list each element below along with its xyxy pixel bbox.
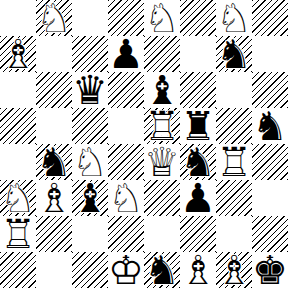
black-knight-glyph: ♞ (252, 108, 288, 144)
black-bishop-glyph: ♝ (72, 180, 108, 216)
square-b2[interactable] (36, 216, 72, 252)
black-pawn[interactable]: ♟♟ (108, 36, 144, 72)
square-b3[interactable]: ♝♗ (36, 180, 72, 216)
square-e7[interactable] (144, 36, 180, 72)
square-d8[interactable] (108, 0, 144, 36)
white-bishop-glyph: ♗ (216, 252, 252, 288)
square-a5[interactable] (0, 108, 36, 144)
square-e2[interactable] (144, 216, 180, 252)
white-rook-glyph: ♖ (144, 108, 180, 144)
square-f7[interactable] (180, 36, 216, 72)
white-rook[interactable]: ♜♖ (144, 108, 180, 144)
square-b1[interactable] (36, 252, 72, 288)
square-h8[interactable] (252, 0, 288, 36)
square-g1[interactable]: ♝♗ (216, 252, 252, 288)
square-a4[interactable] (0, 144, 36, 180)
square-b5[interactable] (36, 108, 72, 144)
black-knight-glyph: ♞ (36, 144, 72, 180)
square-g4[interactable]: ♜♖ (216, 144, 252, 180)
square-b8[interactable]: ♞♘ (36, 0, 72, 36)
square-b7[interactable] (36, 36, 72, 72)
square-d6[interactable] (108, 72, 144, 108)
black-king[interactable]: ♚♚ (252, 252, 288, 288)
white-king[interactable]: ♚♔ (108, 252, 144, 288)
square-d1[interactable]: ♚♔ (108, 252, 144, 288)
square-d7[interactable]: ♟♟ (108, 36, 144, 72)
square-e3[interactable] (144, 180, 180, 216)
white-knight[interactable]: ♞♘ (72, 144, 108, 180)
square-e1[interactable]: ♞♞ (144, 252, 180, 288)
square-e5[interactable]: ♜♖ (144, 108, 180, 144)
white-bishop[interactable]: ♝♗ (216, 252, 252, 288)
square-a3[interactable]: ♞♘ (0, 180, 36, 216)
white-bishop-glyph: ♗ (36, 180, 72, 216)
white-rook-glyph: ♖ (216, 144, 252, 180)
white-queen[interactable]: ♛♕ (144, 144, 180, 180)
black-rook[interactable]: ♜♜ (180, 108, 216, 144)
white-bishop[interactable]: ♝♗ (36, 180, 72, 216)
black-bishop[interactable]: ♝♝ (144, 72, 180, 108)
black-knight[interactable]: ♞♞ (252, 108, 288, 144)
square-g2[interactable] (216, 216, 252, 252)
square-f6[interactable] (180, 72, 216, 108)
square-g3[interactable] (216, 180, 252, 216)
square-a2[interactable]: ♜♖ (0, 216, 36, 252)
black-knight-glyph: ♞ (216, 36, 252, 72)
square-h4[interactable] (252, 144, 288, 180)
square-d5[interactable] (108, 108, 144, 144)
black-knight[interactable]: ♞♞ (216, 36, 252, 72)
square-h3[interactable] (252, 180, 288, 216)
white-rook[interactable]: ♜♖ (0, 216, 36, 252)
black-knight[interactable]: ♞♞ (144, 252, 180, 288)
square-g7[interactable]: ♞♞ (216, 36, 252, 72)
white-knight-glyph: ♘ (144, 0, 180, 36)
white-bishop[interactable]: ♝♗ (180, 252, 216, 288)
white-knight[interactable]: ♞♘ (108, 180, 144, 216)
square-d4[interactable] (108, 144, 144, 180)
square-g6[interactable] (216, 72, 252, 108)
square-c2[interactable] (72, 216, 108, 252)
square-e6[interactable]: ♝♝ (144, 72, 180, 108)
square-g8[interactable]: ♞♘ (216, 0, 252, 36)
square-h7[interactable] (252, 36, 288, 72)
square-h1[interactable]: ♚♚ (252, 252, 288, 288)
white-knight[interactable]: ♞♘ (144, 0, 180, 36)
black-queen-glyph: ♛ (72, 72, 108, 108)
square-c6[interactable]: ♛♛ (72, 72, 108, 108)
square-d3[interactable]: ♞♘ (108, 180, 144, 216)
black-bishop-glyph: ♝ (144, 72, 180, 108)
white-knight[interactable]: ♞♘ (216, 0, 252, 36)
square-f3[interactable]: ♟♟ (180, 180, 216, 216)
square-f8[interactable] (180, 0, 216, 36)
white-bishop[interactable]: ♝♗ (0, 36, 36, 72)
square-e4[interactable]: ♛♕ (144, 144, 180, 180)
white-knight-glyph: ♘ (0, 180, 36, 216)
white-rook[interactable]: ♜♖ (216, 144, 252, 180)
black-bishop[interactable]: ♝♝ (72, 180, 108, 216)
white-rook-glyph: ♖ (0, 216, 36, 252)
square-c7[interactable] (72, 36, 108, 72)
square-c3[interactable]: ♝♝ (72, 180, 108, 216)
square-g5[interactable] (216, 108, 252, 144)
square-c4[interactable]: ♞♘ (72, 144, 108, 180)
square-a1[interactable] (0, 252, 36, 288)
white-knight[interactable]: ♞♘ (0, 180, 36, 216)
white-king-glyph: ♔ (108, 252, 144, 288)
square-c8[interactable] (72, 0, 108, 36)
square-h5[interactable]: ♞♞ (252, 108, 288, 144)
black-pawn[interactable]: ♟♟ (180, 180, 216, 216)
square-b6[interactable] (36, 72, 72, 108)
white-knight-glyph: ♘ (36, 0, 72, 36)
black-knight-glyph: ♞ (144, 252, 180, 288)
black-queen[interactable]: ♛♛ (72, 72, 108, 108)
square-e8[interactable]: ♞♘ (144, 0, 180, 36)
black-pawn-glyph: ♟ (108, 36, 144, 72)
square-f2[interactable] (180, 216, 216, 252)
square-a8[interactable] (0, 0, 36, 36)
white-bishop-glyph: ♗ (0, 36, 36, 72)
square-a6[interactable] (0, 72, 36, 108)
square-h2[interactable] (252, 216, 288, 252)
white-knight-glyph: ♘ (108, 180, 144, 216)
square-d2[interactable] (108, 216, 144, 252)
black-pawn-glyph: ♟ (180, 180, 216, 216)
white-knight-glyph: ♘ (216, 0, 252, 36)
black-rook-glyph: ♜ (180, 108, 216, 144)
square-f5[interactable]: ♜♜ (180, 108, 216, 144)
square-f4[interactable]: ♞♞ (180, 144, 216, 180)
square-f1[interactable]: ♝♗ (180, 252, 216, 288)
black-knight[interactable]: ♞♞ (36, 144, 72, 180)
chess-board: ♞♘♞♘♞♘♝♗♟♟♞♞♛♛♝♝♜♖♜♜♞♞♞♞♞♘♛♕♞♞♜♖♞♘♝♗♝♝♞♘… (0, 0, 288, 288)
square-c1[interactable] (72, 252, 108, 288)
white-knight-glyph: ♘ (72, 144, 108, 180)
black-king-glyph: ♚ (252, 252, 288, 288)
white-queen-glyph: ♕ (144, 144, 180, 180)
white-knight[interactable]: ♞♘ (36, 0, 72, 36)
square-b4[interactable]: ♞♞ (36, 144, 72, 180)
square-a7[interactable]: ♝♗ (0, 36, 36, 72)
black-knight[interactable]: ♞♞ (180, 144, 216, 180)
square-h6[interactable] (252, 72, 288, 108)
white-bishop-glyph: ♗ (180, 252, 216, 288)
square-c5[interactable] (72, 108, 108, 144)
black-knight-glyph: ♞ (180, 144, 216, 180)
